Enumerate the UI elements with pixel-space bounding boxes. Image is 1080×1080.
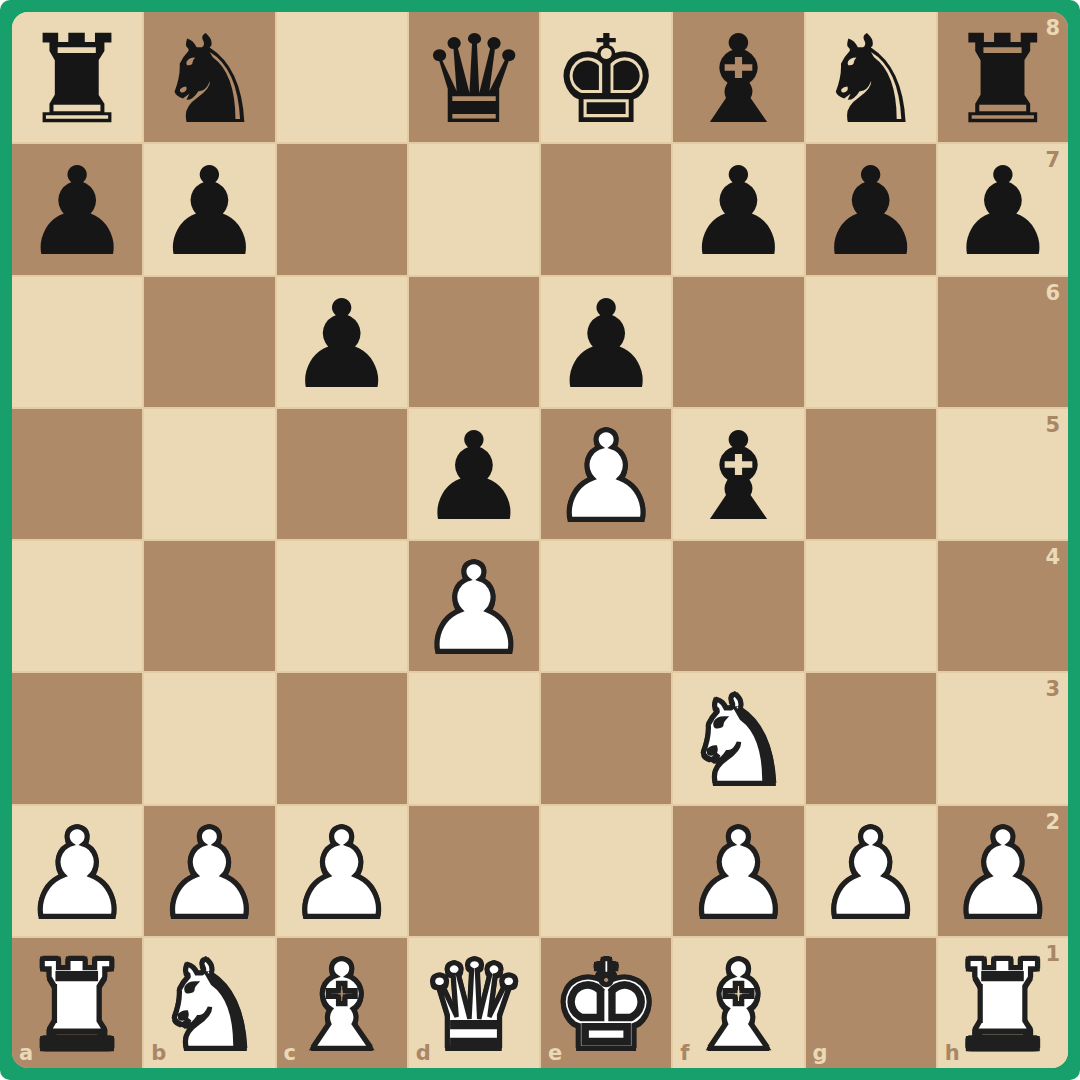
rank-label-8: 8	[1045, 18, 1060, 39]
square-f5[interactable]: ♝	[673, 409, 803, 539]
square-d7[interactable]	[409, 144, 539, 274]
file-label-c: c	[284, 1043, 296, 1064]
square-c1[interactable]: ♝c	[277, 938, 407, 1068]
square-f2[interactable]: ♟	[673, 806, 803, 936]
board-frame: ♜♞♛♚♝♞♜8♟♟♟♟♟7♟♟6♟♟♝5♟4♞3♟♟♟♟♟♟2♜a♞b♝c♛d…	[0, 0, 1080, 1080]
square-f3[interactable]: ♞	[673, 673, 803, 803]
square-g4[interactable]	[806, 541, 936, 671]
square-e3[interactable]	[541, 673, 671, 803]
piece-white-pawn[interactable]: ♟	[12, 809, 142, 939]
square-a4[interactable]	[12, 541, 142, 671]
square-e6[interactable]: ♟	[541, 277, 671, 407]
piece-black-bishop[interactable]: ♝	[673, 412, 803, 542]
square-d3[interactable]	[409, 673, 539, 803]
square-e4[interactable]	[541, 541, 671, 671]
square-b7[interactable]: ♟	[144, 144, 274, 274]
square-h2[interactable]: ♟2	[938, 806, 1068, 936]
square-b5[interactable]	[144, 409, 274, 539]
rank-label-7: 7	[1045, 150, 1060, 171]
square-g5[interactable]	[806, 409, 936, 539]
square-c7[interactable]	[277, 144, 407, 274]
rank-label-2: 2	[1045, 812, 1060, 833]
piece-white-pawn[interactable]: ♟	[541, 412, 671, 542]
piece-white-pawn[interactable]: ♟	[277, 809, 407, 939]
piece-black-pawn[interactable]: ♟	[144, 147, 274, 277]
piece-black-knight[interactable]: ♞	[144, 15, 274, 145]
piece-black-pawn[interactable]: ♟	[806, 147, 936, 277]
piece-white-pawn[interactable]: ♟	[144, 809, 274, 939]
square-h6[interactable]: 6	[938, 277, 1068, 407]
square-c4[interactable]	[277, 541, 407, 671]
square-h4[interactable]: 4	[938, 541, 1068, 671]
square-g7[interactable]: ♟	[806, 144, 936, 274]
rank-label-6: 6	[1045, 283, 1060, 304]
piece-white-pawn[interactable]: ♟	[806, 809, 936, 939]
piece-black-knight[interactable]: ♞	[806, 15, 936, 145]
square-a7[interactable]: ♟	[12, 144, 142, 274]
square-c6[interactable]: ♟	[277, 277, 407, 407]
square-d8[interactable]: ♛	[409, 12, 539, 142]
square-e2[interactable]	[541, 806, 671, 936]
piece-black-pawn[interactable]: ♟	[541, 280, 671, 410]
rank-label-5: 5	[1045, 415, 1060, 436]
square-f1[interactable]: ♝f	[673, 938, 803, 1068]
piece-black-pawn[interactable]: ♟	[673, 147, 803, 277]
piece-white-knight[interactable]: ♞	[673, 676, 803, 806]
square-d6[interactable]	[409, 277, 539, 407]
chess-board: ♜♞♛♚♝♞♜8♟♟♟♟♟7♟♟6♟♟♝5♟4♞3♟♟♟♟♟♟2♜a♞b♝c♛d…	[12, 12, 1068, 1068]
square-e8[interactable]: ♚	[541, 12, 671, 142]
piece-black-pawn[interactable]: ♟	[409, 412, 539, 542]
piece-black-pawn[interactable]: ♟	[277, 280, 407, 410]
square-f4[interactable]	[673, 541, 803, 671]
square-f8[interactable]: ♝	[673, 12, 803, 142]
piece-black-bishop[interactable]: ♝	[673, 15, 803, 145]
piece-black-king[interactable]: ♚	[541, 15, 671, 145]
file-label-g: g	[813, 1043, 828, 1064]
file-label-e: e	[548, 1043, 562, 1064]
square-g6[interactable]	[806, 277, 936, 407]
square-b4[interactable]	[144, 541, 274, 671]
file-label-b: b	[151, 1043, 166, 1064]
square-b6[interactable]	[144, 277, 274, 407]
piece-black-queen[interactable]: ♛	[409, 15, 539, 145]
file-label-d: d	[416, 1043, 431, 1064]
file-label-h: h	[945, 1043, 960, 1064]
square-h3[interactable]: 3	[938, 673, 1068, 803]
square-b3[interactable]	[144, 673, 274, 803]
rank-label-3: 3	[1045, 679, 1060, 700]
piece-black-rook[interactable]: ♜	[12, 15, 142, 145]
piece-black-pawn[interactable]: ♟	[12, 147, 142, 277]
square-a6[interactable]	[12, 277, 142, 407]
square-c5[interactable]	[277, 409, 407, 539]
square-h8[interactable]: ♜8	[938, 12, 1068, 142]
square-d5[interactable]: ♟	[409, 409, 539, 539]
square-c2[interactable]: ♟	[277, 806, 407, 936]
file-label-a: a	[19, 1043, 33, 1064]
square-a8[interactable]: ♜	[12, 12, 142, 142]
square-e1[interactable]: ♚e	[541, 938, 671, 1068]
rank-label-4: 4	[1045, 547, 1060, 568]
square-g1[interactable]: g	[806, 938, 936, 1068]
square-h7[interactable]: ♟7	[938, 144, 1068, 274]
square-f6[interactable]	[673, 277, 803, 407]
square-b2[interactable]: ♟	[144, 806, 274, 936]
piece-white-bishop[interactable]: ♝	[673, 941, 803, 1068]
rank-label-1: 1	[1045, 944, 1060, 965]
square-f7[interactable]: ♟	[673, 144, 803, 274]
square-h1[interactable]: ♜1h	[938, 938, 1068, 1068]
square-g8[interactable]: ♞	[806, 12, 936, 142]
square-c3[interactable]	[277, 673, 407, 803]
square-c8[interactable]	[277, 12, 407, 142]
square-e7[interactable]	[541, 144, 671, 274]
square-e5[interactable]: ♟	[541, 409, 671, 539]
square-a3[interactable]	[12, 673, 142, 803]
square-a2[interactable]: ♟	[12, 806, 142, 936]
piece-white-pawn[interactable]: ♟	[673, 809, 803, 939]
square-b8[interactable]: ♞	[144, 12, 274, 142]
square-a5[interactable]	[12, 409, 142, 539]
square-d1[interactable]: ♛d	[409, 938, 539, 1068]
square-g3[interactable]	[806, 673, 936, 803]
square-b1[interactable]: ♞b	[144, 938, 274, 1068]
piece-white-bishop[interactable]: ♝	[277, 941, 407, 1068]
square-d2[interactable]	[409, 806, 539, 936]
square-a1[interactable]: ♜a	[12, 938, 142, 1068]
square-d4[interactable]: ♟	[409, 541, 539, 671]
piece-white-pawn[interactable]: ♟	[409, 544, 539, 674]
file-label-f: f	[680, 1043, 689, 1064]
square-h5[interactable]: 5	[938, 409, 1068, 539]
square-g2[interactable]: ♟	[806, 806, 936, 936]
